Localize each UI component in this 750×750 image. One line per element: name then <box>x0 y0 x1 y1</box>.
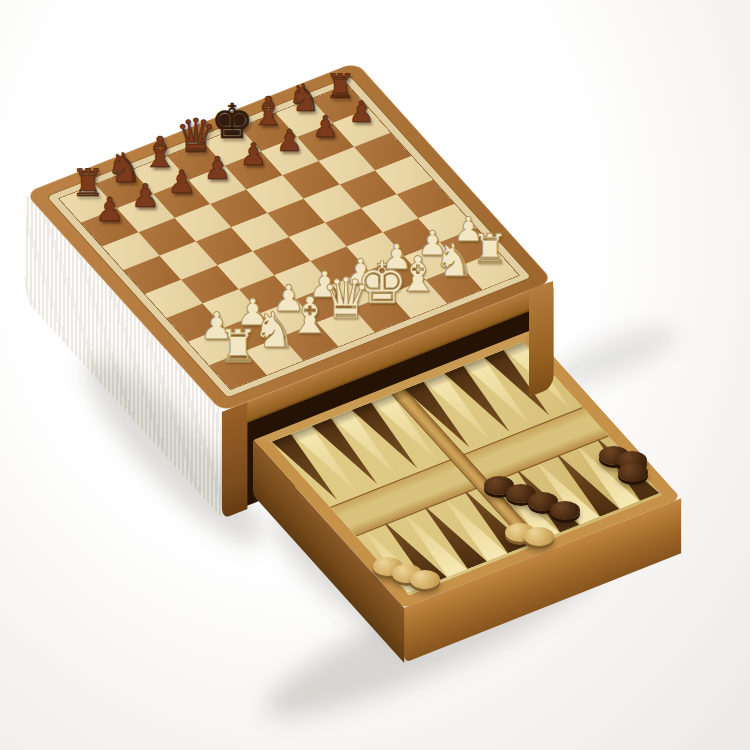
backgammon-checker-dark <box>618 463 648 482</box>
backgammon-checker-dark <box>550 501 580 520</box>
box-front-left-end <box>222 402 247 519</box>
box-front-right-end <box>529 280 554 397</box>
product-photo-scene: ♜♞♝♛♚♝♞♜♟♟♟♟♟♟♟♟♟♟♟♟♟♟♟♟♜♞♝♛♚♝♞♜ <box>0 0 750 750</box>
